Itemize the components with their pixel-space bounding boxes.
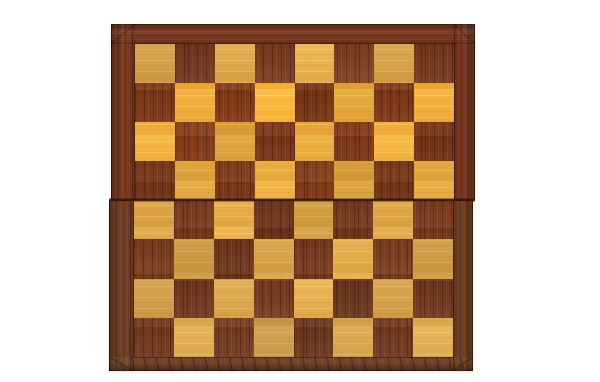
square-d7[interactable]: [255, 83, 295, 122]
square-g6[interactable]: [374, 122, 414, 161]
square-f3[interactable]: [333, 239, 373, 278]
square-h7[interactable]: [414, 83, 454, 122]
square-a5[interactable]: [135, 161, 175, 200]
square-a4[interactable]: [134, 200, 174, 239]
square-g5[interactable]: [374, 161, 414, 200]
square-d1[interactable]: [254, 318, 294, 357]
square-a7[interactable]: [135, 83, 175, 122]
square-c3[interactable]: [214, 239, 254, 278]
square-d4[interactable]: [254, 200, 294, 239]
square-e2[interactable]: [294, 279, 334, 318]
frame-right-rail-top: [454, 24, 475, 200]
square-g1[interactable]: [373, 318, 413, 357]
square-f4[interactable]: [333, 200, 373, 239]
square-d6[interactable]: [255, 122, 295, 161]
square-a8[interactable]: [135, 44, 175, 83]
square-b5[interactable]: [175, 161, 215, 200]
square-e5[interactable]: [295, 161, 335, 200]
square-e7[interactable]: [295, 83, 335, 122]
square-e4[interactable]: [294, 200, 334, 239]
frame-bottom-rail: [109, 357, 473, 371]
square-e8[interactable]: [295, 44, 335, 83]
square-b3[interactable]: [174, 239, 214, 278]
square-b4[interactable]: [174, 200, 214, 239]
square-c8[interactable]: [215, 44, 255, 83]
square-h2[interactable]: [413, 279, 453, 318]
square-f5[interactable]: [334, 161, 374, 200]
square-c5[interactable]: [215, 161, 255, 200]
square-h4[interactable]: [413, 200, 453, 239]
square-h1[interactable]: [413, 318, 453, 357]
square-b1[interactable]: [174, 318, 214, 357]
square-c2[interactable]: [214, 279, 254, 318]
square-c4[interactable]: [214, 200, 254, 239]
frame-left-rail-top: [111, 24, 135, 200]
square-f8[interactable]: [334, 44, 374, 83]
board-top-half-grid: [135, 44, 454, 200]
square-g3[interactable]: [373, 239, 413, 278]
board-bottom-half-grid: [134, 200, 453, 357]
square-f7[interactable]: [334, 83, 374, 122]
frame-right-rail-bottom: [453, 200, 473, 371]
square-h6[interactable]: [414, 122, 454, 161]
square-f6[interactable]: [334, 122, 374, 161]
square-g2[interactable]: [373, 279, 413, 318]
square-c7[interactable]: [215, 83, 255, 122]
board-bottom-half: [109, 200, 473, 371]
square-d2[interactable]: [254, 279, 294, 318]
square-e3[interactable]: [294, 239, 334, 278]
frame-left-rail-bottom: [109, 200, 134, 371]
square-h5[interactable]: [414, 161, 454, 200]
square-a3[interactable]: [134, 239, 174, 278]
square-e1[interactable]: [294, 318, 334, 357]
fold-seam: [109, 198, 475, 202]
square-b8[interactable]: [175, 44, 215, 83]
square-d3[interactable]: [254, 239, 294, 278]
square-b7[interactable]: [175, 83, 215, 122]
board-top-half: [111, 24, 475, 200]
frame-top-rail: [111, 24, 475, 44]
square-h8[interactable]: [414, 44, 454, 83]
square-b2[interactable]: [174, 279, 214, 318]
square-g7[interactable]: [374, 83, 414, 122]
square-b6[interactable]: [175, 122, 215, 161]
photo-background: [0, 0, 600, 382]
chessboard: [109, 24, 475, 371]
square-d5[interactable]: [255, 161, 295, 200]
square-a1[interactable]: [134, 318, 174, 357]
square-a6[interactable]: [135, 122, 175, 161]
square-c1[interactable]: [214, 318, 254, 357]
square-e6[interactable]: [295, 122, 335, 161]
square-d8[interactable]: [255, 44, 295, 83]
square-a2[interactable]: [134, 279, 174, 318]
square-f1[interactable]: [333, 318, 373, 357]
square-h3[interactable]: [413, 239, 453, 278]
square-g8[interactable]: [374, 44, 414, 83]
square-g4[interactable]: [373, 200, 413, 239]
square-c6[interactable]: [215, 122, 255, 161]
square-f2[interactable]: [333, 279, 373, 318]
